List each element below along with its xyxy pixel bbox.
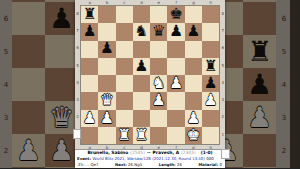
square-d6[interactable] [133, 41, 150, 58]
rank-label: 3 [220, 91, 225, 108]
square-h5[interactable]: ♜ [202, 58, 219, 75]
piece-black-king[interactable]: ♚ [169, 7, 183, 23]
piece-white-rook[interactable]: ♜ [117, 128, 131, 144]
square-d2[interactable] [133, 110, 150, 127]
file-label: f [167, 1, 184, 5]
square-f6[interactable] [167, 41, 184, 58]
square-g1[interactable]: ♚ [185, 127, 202, 144]
square-h1[interactable] [202, 127, 219, 144]
file-label: a [81, 1, 98, 5]
players-separator: -- [147, 150, 151, 155]
square-d7[interactable]: ♞ [133, 23, 150, 40]
square-f5[interactable] [167, 58, 184, 75]
rank-label: 4 [220, 74, 225, 91]
square-b4[interactable] [98, 75, 115, 92]
piece-black-queen[interactable]: ♛ [152, 24, 166, 40]
square-c1[interactable]: ♜ [116, 127, 133, 144]
square-d8[interactable] [133, 6, 150, 23]
square-e5[interactable] [150, 58, 167, 75]
piece-white-pawn[interactable]: ♟ [152, 93, 166, 109]
square-a8[interactable]: ♜ [81, 6, 98, 23]
square-e7[interactable]: ♛ [150, 23, 167, 40]
eco-code: 000 [206, 156, 213, 161]
square-c2[interactable] [116, 110, 133, 127]
file-label: g [185, 1, 202, 5]
move-info-line: 25: ... Qe7 Next: 26.Ng5 Length: 26 Mate… [75, 162, 225, 168]
square-a7[interactable]: ♟ [81, 23, 98, 40]
file-label: h [202, 1, 219, 5]
piece-white-king[interactable]: ♚ [186, 128, 200, 144]
square-d3[interactable] [133, 92, 150, 109]
square-h3[interactable]: ♟ [202, 92, 219, 109]
square-c5[interactable] [116, 58, 133, 75]
square-f7[interactable]: ♟ [167, 23, 184, 40]
game-result: (1-0) [201, 150, 213, 155]
piece-black-pawn[interactable]: ♟ [135, 59, 149, 75]
square-e6[interactable] [150, 41, 167, 58]
square-a3[interactable] [81, 92, 98, 109]
players-line: Brunello, Sabino (2545) -- Pravesh, A (2… [75, 150, 225, 156]
black-player-name: Pravesh, A [153, 150, 180, 155]
white-player-elo: (2545) [130, 150, 145, 155]
piece-black-pawn[interactable]: ♟ [169, 24, 183, 40]
square-c6[interactable] [116, 41, 133, 58]
square-f1[interactable] [167, 127, 184, 144]
rank-label: 8 [220, 5, 225, 22]
edge-marker-left [73, 129, 81, 139]
square-c3[interactable] [116, 92, 133, 109]
square-e8[interactable] [150, 6, 167, 23]
rank-label: 1 [220, 126, 225, 143]
square-e1[interactable] [150, 127, 167, 144]
piece-white-rook[interactable]: ♜ [135, 128, 149, 144]
video-frame: 87654321 ♜♚♟♞♛♟♟♟♟♜♞♟♟♛♟♟♟♟♟♜♜♚ 87654321… [0, 0, 300, 168]
piece-black-rook[interactable]: ♜ [83, 7, 97, 23]
piece-white-knight[interactable]: ♞ [152, 76, 166, 92]
square-b6[interactable]: ♟ [98, 41, 115, 58]
piece-white-pawn[interactable]: ♟ [186, 111, 200, 127]
event-details: (2021.12.30, Round 13.40) [152, 156, 204, 161]
rank-label: 2 [220, 109, 225, 126]
square-h4[interactable]: ♟ [202, 75, 219, 92]
square-a5[interactable] [81, 58, 98, 75]
chess-board[interactable]: ♜♚♟♞♛♟♟♟♟♜♞♟♟♛♟♟♟♟♟♜♜♚ [80, 5, 220, 145]
piece-white-pawn[interactable]: ♟ [204, 93, 218, 109]
square-h2[interactable] [202, 110, 219, 127]
square-b5[interactable] [98, 58, 115, 75]
event-name: World Blitz 2021, Warsaw/128 [93, 156, 151, 161]
square-e3[interactable]: ♟ [150, 92, 167, 109]
square-h8[interactable] [202, 6, 219, 23]
rank-label: 5 [220, 57, 225, 74]
square-b7[interactable] [98, 23, 115, 40]
square-c8[interactable] [116, 6, 133, 23]
square-d4[interactable] [133, 75, 150, 92]
game-info-caption: Brunello, Sabino (2545) -- Pravesh, A (2… [75, 149, 225, 169]
square-d1[interactable]: ♜ [133, 127, 150, 144]
square-e2[interactable] [150, 110, 167, 127]
square-g5[interactable] [185, 58, 202, 75]
square-d5[interactable]: ♟ [133, 58, 150, 75]
game-length: Length: 26 [159, 162, 182, 167]
rank-label: 6 [220, 40, 225, 57]
square-c4[interactable] [116, 75, 133, 92]
square-h6[interactable] [202, 41, 219, 58]
piece-black-pawn[interactable]: ♟ [83, 24, 97, 40]
piece-white-pawn[interactable]: ♟ [100, 111, 114, 127]
square-g4[interactable] [185, 75, 202, 92]
piece-white-pawn[interactable]: ♟ [169, 76, 183, 92]
black-player-elo: (2345) [181, 150, 196, 155]
square-a6[interactable] [81, 41, 98, 58]
piece-black-pawn[interactable]: ♟ [186, 24, 200, 40]
square-e4[interactable]: ♞ [150, 75, 167, 92]
file-label: e [150, 1, 167, 5]
square-g2[interactable]: ♟ [185, 110, 202, 127]
square-c7[interactable] [116, 23, 133, 40]
square-f4[interactable]: ♟ [167, 75, 184, 92]
square-a2[interactable]: ♟ [81, 110, 98, 127]
square-b3[interactable]: ♛ [98, 92, 115, 109]
square-a4[interactable] [81, 75, 98, 92]
square-a1[interactable] [81, 127, 98, 144]
edge-marker-right [221, 149, 230, 159]
square-g7[interactable]: ♟ [185, 23, 202, 40]
square-h7[interactable] [202, 23, 219, 40]
file-label: b [98, 1, 115, 5]
square-g6[interactable] [185, 41, 202, 58]
last-move: 25: ... Qe7 [78, 162, 98, 167]
file-label: d [133, 1, 150, 5]
piece-black-knight[interactable]: ♞ [135, 24, 149, 40]
white-player-name: Brunello, Sabino [87, 150, 128, 155]
square-f3[interactable] [167, 92, 184, 109]
piece-black-pawn[interactable]: ♟ [100, 41, 114, 57]
piece-black-pawn[interactable]: ♟ [204, 76, 218, 92]
rank-labels-right: 87654321 [220, 5, 225, 145]
square-b8[interactable] [98, 6, 115, 23]
piece-black-rook[interactable]: ♜ [204, 59, 218, 75]
square-g8[interactable] [185, 6, 202, 23]
square-g3[interactable] [185, 92, 202, 109]
rank-label: 7 [220, 22, 225, 39]
chess-gui-panel: abcdefgh 87654321 ♜♚♟♞♛♟♟♟♟♜♞♟♟♛♟♟♟♟♟♜♜♚… [75, 0, 225, 168]
material-balance: Material: 0 [199, 162, 223, 167]
square-f8[interactable]: ♚ [167, 6, 184, 23]
event-label: Event: [77, 156, 91, 161]
square-b1[interactable] [98, 127, 115, 144]
square-b2[interactable]: ♟ [98, 110, 115, 127]
next-move: Next: 26.Ng5 [115, 162, 142, 167]
file-label: c [116, 1, 133, 5]
piece-white-queen[interactable]: ♛ [100, 93, 114, 109]
piece-white-pawn[interactable]: ♟ [83, 111, 97, 127]
event-line: Event: World Blitz 2021, Warsaw/128 (202… [75, 156, 225, 162]
square-f2[interactable] [167, 110, 184, 127]
